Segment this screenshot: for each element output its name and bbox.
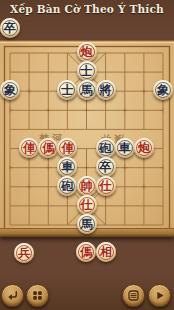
piece-glyph: 象	[0, 80, 20, 100]
piece-black-chariot-d7[interactable]: 車	[57, 157, 77, 177]
piece-red-advisor-f8[interactable]: 仕	[96, 176, 116, 196]
piece-glyph: 砲	[57, 176, 77, 196]
piece-glyph: 仕	[77, 195, 97, 215]
piece-tray-red-horse[interactable]: 傌	[76, 242, 96, 262]
piece-tray-red-elephant[interactable]: 相	[96, 242, 116, 262]
piece-black-soldier-f7[interactable]: 卒	[96, 157, 116, 177]
piece-glyph: 兵	[14, 243, 34, 263]
piece-glyph: 士	[77, 61, 97, 81]
piece-red-chariot-d6[interactable]: 俥	[57, 138, 77, 158]
piece-red-cannon-e1[interactable]: 炮	[77, 42, 97, 62]
piece-red-general-e8[interactable]: 帥	[77, 176, 97, 196]
piece-glyph: 車	[115, 138, 135, 158]
piece-glyph: 炮	[77, 42, 97, 62]
piece-glyph: 象	[153, 80, 173, 100]
piece-glyph: 相	[96, 242, 116, 262]
piece-glyph: 仕	[96, 176, 116, 196]
piece-glyph: 炮	[134, 138, 154, 158]
list-icon	[127, 289, 140, 302]
piece-glyph: 傌	[38, 138, 58, 158]
piece-glyph: 馬	[77, 214, 97, 234]
piece-black-advisor-d3[interactable]: 士	[57, 80, 77, 100]
piece-black-general-f3[interactable]: 將	[96, 80, 116, 100]
piece-glyph: 俥	[19, 138, 39, 158]
piece-red-cannon-h6[interactable]: 炮	[134, 138, 154, 158]
piece-black-advisor-e2[interactable]: 士	[77, 61, 97, 81]
return-arrow-icon	[6, 289, 19, 302]
app-screen: Xếp Bàn Cờ Theo Ý Thích	[0, 0, 174, 310]
piece-glyph: 卒	[0, 18, 20, 38]
piece-glyph: 帥	[77, 176, 97, 196]
piece-red-horse-c6[interactable]: 傌	[38, 138, 58, 158]
list-button[interactable]	[122, 284, 145, 307]
piece-glyph: 傌	[76, 242, 96, 262]
pieces-layer: 炮士象士馬將象俥傌俥砲車炮車卒砲帥仕仕馬卒兵傌相	[0, 0, 174, 310]
grid-squares-icon	[31, 289, 44, 302]
piece-black-chariot-g6[interactable]: 車	[115, 138, 135, 158]
piece-black-elephant-a3[interactable]: 象	[0, 80, 20, 100]
piece-glyph: 卒	[96, 157, 116, 177]
piece-glyph: 砲	[96, 138, 116, 158]
piece-black-cannon-f6[interactable]: 砲	[96, 138, 116, 158]
piece-red-advisor-e9[interactable]: 仕	[77, 195, 97, 215]
piece-black-horse-e10[interactable]: 馬	[77, 214, 97, 234]
play-icon	[153, 289, 166, 302]
piece-glyph: 俥	[57, 138, 77, 158]
piece-red-chariot-b6[interactable]: 俥	[19, 138, 39, 158]
piece-glyph: 車	[57, 157, 77, 177]
play-button[interactable]	[148, 284, 171, 307]
piece-black-horse-e3[interactable]: 馬	[77, 80, 97, 100]
piece-glyph: 將	[96, 80, 116, 100]
piece-tray-red-soldier[interactable]: 兵	[14, 243, 34, 263]
piece-black-elephant-i3[interactable]: 象	[153, 80, 173, 100]
piece-glyph: 馬	[77, 80, 97, 100]
piece-tray-black-soldier[interactable]: 卒	[0, 18, 20, 38]
undo-button[interactable]	[1, 284, 24, 307]
piece-glyph: 士	[57, 80, 77, 100]
piece-black-cannon-d8[interactable]: 砲	[57, 176, 77, 196]
apps-button[interactable]	[26, 284, 49, 307]
